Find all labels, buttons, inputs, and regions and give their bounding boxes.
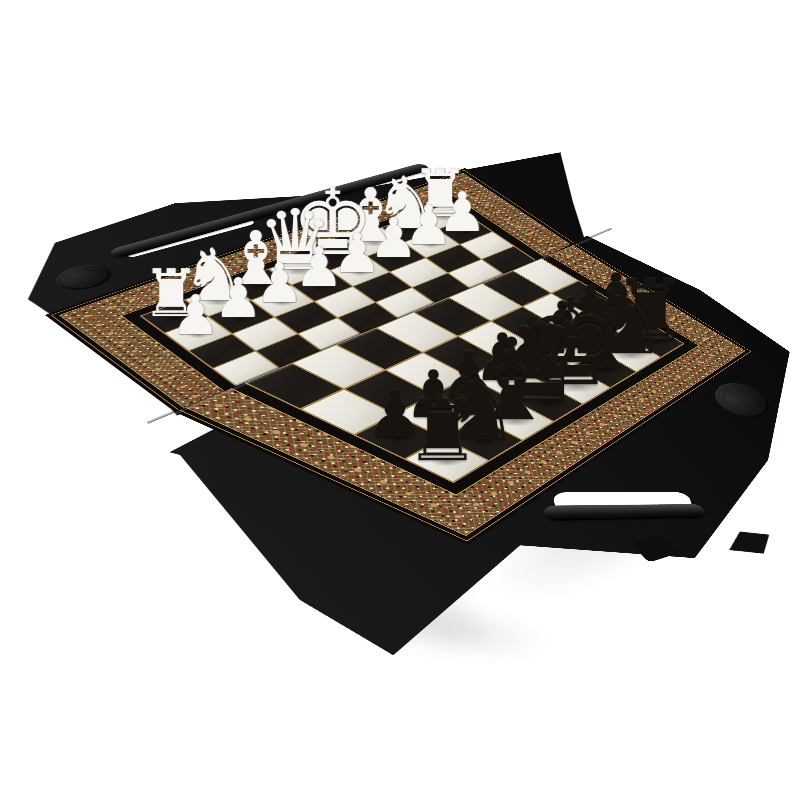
chess-set-photo: ♜♞♝♛♚♝♞♜♟♟♟♟♟♟♟♟♟♟♟♟♟♟♟♟♜♞♝♛♚♝♞♜ [0, 0, 800, 800]
white-pawn[interactable]: ♟ [171, 288, 220, 343]
pieces-layer: ♜♞♝♛♚♝♞♜♟♟♟♟♟♟♟♟♟♟♟♟♟♟♟♟♜♞♝♛♚♝♞♜ [0, 0, 800, 800]
black-rook[interactable]: ♜ [405, 389, 481, 474]
white-pawn[interactable]: ♟ [214, 271, 263, 326]
